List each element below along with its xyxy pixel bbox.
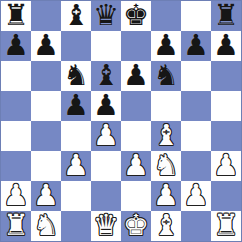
square-f5[interactable] bbox=[151, 91, 181, 121]
square-b6[interactable] bbox=[31, 61, 61, 91]
square-a7[interactable]: ♟ bbox=[1, 31, 31, 61]
square-f1[interactable]: ♝ bbox=[151, 211, 181, 241]
square-a1[interactable]: ♜ bbox=[1, 211, 31, 241]
square-g5[interactable] bbox=[181, 91, 211, 121]
square-e2[interactable] bbox=[121, 181, 151, 211]
piece-white-pawn[interactable]: ♟ bbox=[33, 181, 59, 210]
square-h3[interactable]: ♟ bbox=[211, 151, 241, 181]
square-f8[interactable] bbox=[151, 1, 181, 31]
square-g6[interactable] bbox=[181, 61, 211, 91]
piece-white-bishop[interactable]: ♝ bbox=[153, 121, 179, 150]
piece-black-pawn[interactable]: ♟ bbox=[213, 31, 239, 60]
square-c7[interactable] bbox=[61, 31, 91, 61]
square-b3[interactable] bbox=[31, 151, 61, 181]
square-g2[interactable]: ♟ bbox=[181, 181, 211, 211]
piece-white-king[interactable]: ♚ bbox=[123, 211, 149, 240]
square-f6[interactable]: ♞ bbox=[151, 61, 181, 91]
square-e5[interactable] bbox=[121, 91, 151, 121]
square-c2[interactable] bbox=[61, 181, 91, 211]
square-d1[interactable]: ♛ bbox=[91, 211, 121, 241]
piece-black-queen[interactable]: ♛ bbox=[93, 1, 119, 30]
square-f4[interactable]: ♝ bbox=[151, 121, 181, 151]
square-g1[interactable] bbox=[181, 211, 211, 241]
square-c8[interactable]: ♝ bbox=[61, 1, 91, 31]
square-a6[interactable] bbox=[1, 61, 31, 91]
square-d4[interactable]: ♟ bbox=[91, 121, 121, 151]
square-b4[interactable] bbox=[31, 121, 61, 151]
square-g3[interactable] bbox=[181, 151, 211, 181]
square-c3[interactable]: ♟ bbox=[61, 151, 91, 181]
square-e4[interactable] bbox=[121, 121, 151, 151]
piece-white-pawn[interactable]: ♟ bbox=[183, 181, 209, 210]
piece-white-knight[interactable]: ♞ bbox=[33, 211, 59, 240]
piece-black-pawn[interactable]: ♟ bbox=[3, 31, 29, 60]
square-a8[interactable]: ♜ bbox=[1, 1, 31, 31]
piece-black-pawn[interactable]: ♟ bbox=[183, 31, 209, 60]
square-e8[interactable]: ♚ bbox=[121, 1, 151, 31]
square-c5[interactable]: ♟ bbox=[61, 91, 91, 121]
piece-white-rook[interactable]: ♜ bbox=[213, 211, 239, 240]
square-f7[interactable]: ♟ bbox=[151, 31, 181, 61]
square-a2[interactable]: ♟ bbox=[1, 181, 31, 211]
piece-white-pawn[interactable]: ♟ bbox=[63, 151, 89, 180]
square-d5[interactable]: ♟ bbox=[91, 91, 121, 121]
square-h2[interactable] bbox=[211, 181, 241, 211]
piece-white-queen[interactable]: ♛ bbox=[93, 211, 119, 240]
square-a3[interactable] bbox=[1, 151, 31, 181]
square-e7[interactable] bbox=[121, 31, 151, 61]
piece-black-knight[interactable]: ♞ bbox=[153, 61, 179, 90]
square-h8[interactable]: ♜ bbox=[211, 1, 241, 31]
square-a4[interactable] bbox=[1, 121, 31, 151]
piece-black-rook[interactable]: ♜ bbox=[213, 1, 239, 30]
square-b5[interactable] bbox=[31, 91, 61, 121]
piece-white-pawn[interactable]: ♟ bbox=[213, 151, 239, 180]
chess-board: ♜♝♛♚♜♟♟♟♟♟♞♝♟♞♟♟♟♝♟♟♞♟♟♟♟♟♜♞♛♚♝♜ bbox=[0, 0, 242, 242]
square-h7[interactable]: ♟ bbox=[211, 31, 241, 61]
piece-black-bishop[interactable]: ♝ bbox=[63, 1, 89, 30]
square-c4[interactable] bbox=[61, 121, 91, 151]
square-b8[interactable] bbox=[31, 1, 61, 31]
piece-black-bishop[interactable]: ♝ bbox=[93, 61, 119, 90]
piece-black-pawn[interactable]: ♟ bbox=[93, 91, 119, 120]
piece-white-knight[interactable]: ♞ bbox=[153, 151, 179, 180]
piece-white-pawn[interactable]: ♟ bbox=[153, 181, 179, 210]
piece-white-bishop[interactable]: ♝ bbox=[153, 211, 179, 240]
square-g4[interactable] bbox=[181, 121, 211, 151]
square-g7[interactable]: ♟ bbox=[181, 31, 211, 61]
square-b2[interactable]: ♟ bbox=[31, 181, 61, 211]
piece-white-pawn[interactable]: ♟ bbox=[93, 121, 119, 150]
square-e3[interactable]: ♟ bbox=[121, 151, 151, 181]
square-c1[interactable] bbox=[61, 211, 91, 241]
piece-white-rook[interactable]: ♜ bbox=[3, 211, 29, 240]
square-e1[interactable]: ♚ bbox=[121, 211, 151, 241]
square-h1[interactable]: ♜ bbox=[211, 211, 241, 241]
square-h6[interactable] bbox=[211, 61, 241, 91]
piece-black-knight[interactable]: ♞ bbox=[63, 61, 89, 90]
piece-black-pawn[interactable]: ♟ bbox=[123, 61, 149, 90]
piece-black-pawn[interactable]: ♟ bbox=[153, 31, 179, 60]
square-d2[interactable] bbox=[91, 181, 121, 211]
piece-white-pawn[interactable]: ♟ bbox=[3, 181, 29, 210]
square-d3[interactable] bbox=[91, 151, 121, 181]
piece-black-rook[interactable]: ♜ bbox=[3, 1, 29, 30]
square-f3[interactable]: ♞ bbox=[151, 151, 181, 181]
square-h4[interactable] bbox=[211, 121, 241, 151]
square-d6[interactable]: ♝ bbox=[91, 61, 121, 91]
square-e6[interactable]: ♟ bbox=[121, 61, 151, 91]
square-f2[interactable]: ♟ bbox=[151, 181, 181, 211]
square-d7[interactable] bbox=[91, 31, 121, 61]
square-a5[interactable] bbox=[1, 91, 31, 121]
square-d8[interactable]: ♛ bbox=[91, 1, 121, 31]
piece-white-pawn[interactable]: ♟ bbox=[123, 151, 149, 180]
square-c6[interactable]: ♞ bbox=[61, 61, 91, 91]
piece-black-pawn[interactable]: ♟ bbox=[63, 91, 89, 120]
square-b7[interactable]: ♟ bbox=[31, 31, 61, 61]
piece-black-pawn[interactable]: ♟ bbox=[33, 31, 59, 60]
square-g8[interactable] bbox=[181, 1, 211, 31]
square-h5[interactable] bbox=[211, 91, 241, 121]
square-b1[interactable]: ♞ bbox=[31, 211, 61, 241]
piece-black-king[interactable]: ♚ bbox=[123, 1, 149, 30]
